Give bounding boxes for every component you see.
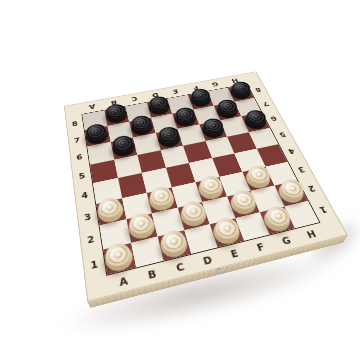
black-checker-g7[interactable] (216, 98, 239, 114)
white-checker-e3[interactable] (198, 174, 225, 196)
black-checker-c7[interactable] (130, 114, 152, 131)
white-checker-a1[interactable] (104, 241, 132, 268)
board-wrapper: ABCDEFGH ABCDEFGH 87654321 87654321 (75, 49, 303, 277)
black-checker-b6[interactable] (111, 134, 134, 152)
rank-label: 1 (82, 249, 108, 280)
board-perspective: ABCDEFGH ABCDEFGH 87654321 87654321 (75, 49, 303, 277)
black-checker-e7[interactable] (174, 106, 197, 122)
product-photo: ABCDEFGH ABCDEFGH 87654321 87654321 (0, 0, 360, 360)
white-checker-g1[interactable] (264, 204, 294, 228)
white-checker-b2[interactable] (127, 211, 154, 236)
black-checker-a7[interactable] (85, 122, 107, 140)
pieces-layer (82, 84, 319, 274)
clasp-icon (215, 267, 229, 274)
black-checker-d6[interactable] (157, 126, 181, 144)
rank-label: 7 (67, 130, 87, 150)
